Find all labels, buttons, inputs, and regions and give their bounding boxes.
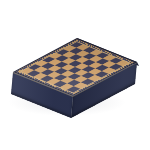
product-photo-canvas xyxy=(0,0,150,150)
